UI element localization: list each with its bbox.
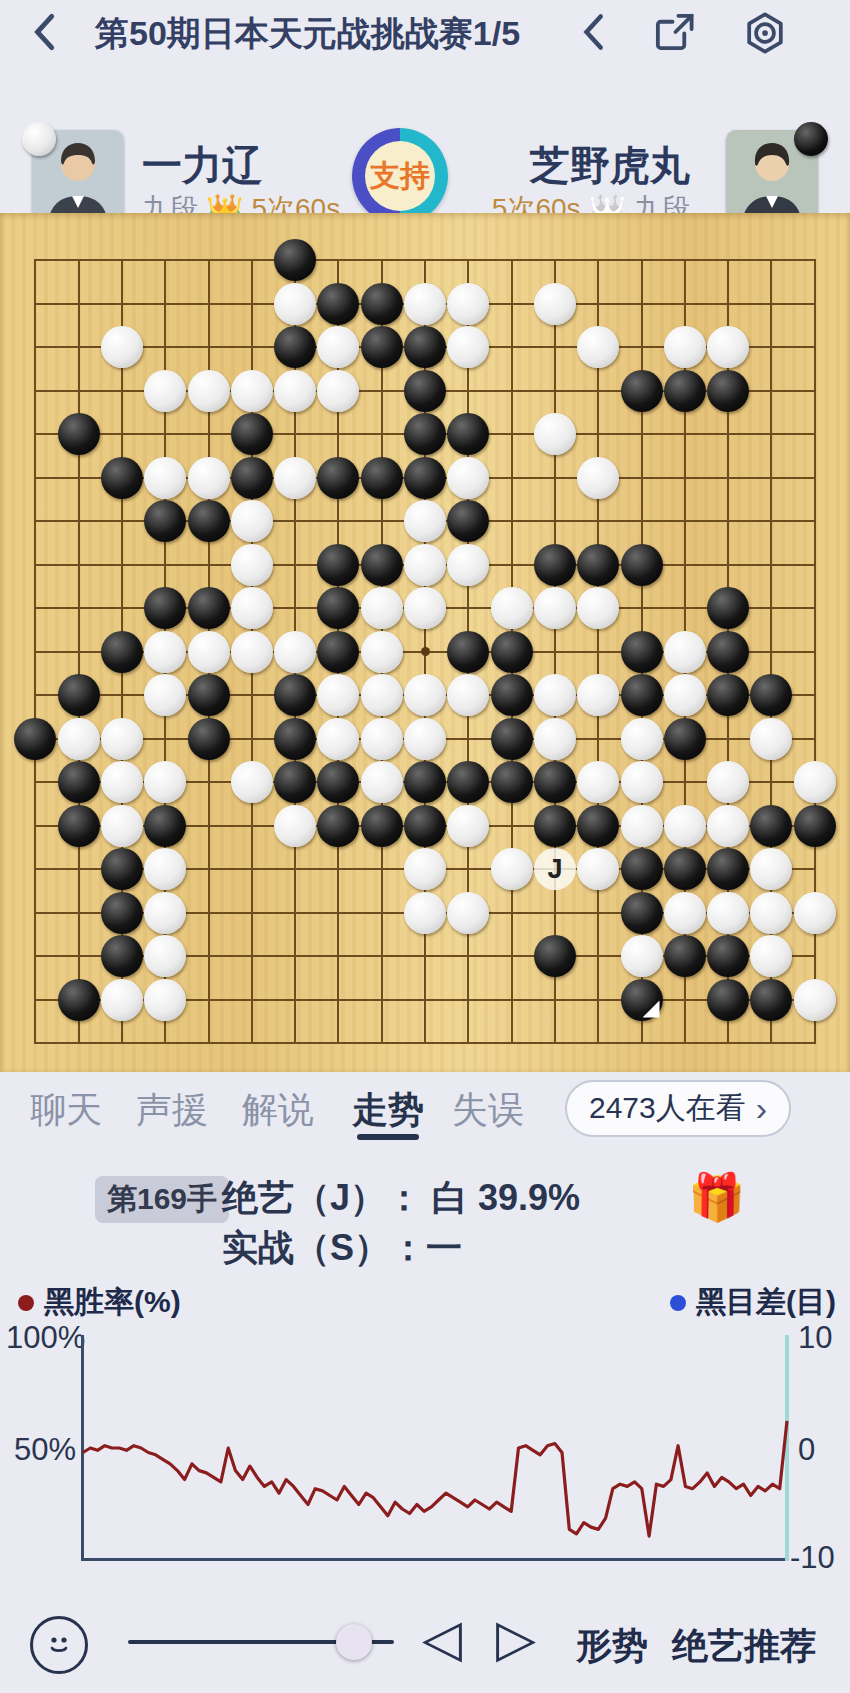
bottom-control-bar: ◁ ▷ 形势 绝艺推荐 xyxy=(0,1600,850,1693)
chevron-right-icon: › xyxy=(756,1089,767,1128)
stone-white xyxy=(231,761,273,803)
stone-white xyxy=(144,848,186,890)
stone-white xyxy=(707,326,749,368)
stone-white xyxy=(577,848,619,890)
tab-commentary[interactable]: 解说 xyxy=(242,1086,314,1135)
stone-white xyxy=(231,631,273,673)
stone-black xyxy=(361,326,403,368)
tab-bar: 聊天 声援 解说 走势 失误 2473人在看 › xyxy=(0,1078,850,1148)
go-board[interactable]: J xyxy=(0,213,850,1072)
ytick-right-neg10: -10 xyxy=(790,1540,835,1576)
stone-white xyxy=(447,674,489,716)
stone-white xyxy=(707,805,749,847)
stone-white xyxy=(231,500,273,542)
star-point xyxy=(421,647,430,656)
analysis-panel: 第169手 绝艺（J）： 白 39.9% 实战（S）：一 🎁 xyxy=(0,1168,850,1278)
back-icon[interactable] xyxy=(28,12,64,52)
stone-black xyxy=(101,848,143,890)
stone-black xyxy=(534,805,576,847)
stone-black xyxy=(707,674,749,716)
situation-button[interactable]: 形势 xyxy=(576,1622,648,1671)
stone-white xyxy=(144,370,186,412)
stone-black xyxy=(447,761,489,803)
stone-black xyxy=(188,587,230,629)
stone-black xyxy=(317,544,359,586)
stone-white xyxy=(447,892,489,934)
stone-black xyxy=(491,761,533,803)
stone-black xyxy=(491,631,533,673)
stone-black xyxy=(621,848,663,890)
support-button[interactable]: 支持 xyxy=(352,128,448,224)
stone-white xyxy=(361,718,403,760)
stone-white xyxy=(534,674,576,716)
stone-black xyxy=(621,674,663,716)
last-move-marker xyxy=(643,1001,660,1018)
stone-black xyxy=(101,892,143,934)
stone-black xyxy=(404,457,446,499)
stone-black xyxy=(101,457,143,499)
stone-black xyxy=(577,805,619,847)
stone-white xyxy=(231,587,273,629)
stone-black xyxy=(274,718,316,760)
stone-white xyxy=(534,718,576,760)
stone-white xyxy=(274,805,316,847)
move-slider-knob[interactable] xyxy=(336,1624,372,1660)
stone-black xyxy=(621,544,663,586)
stone-black xyxy=(317,283,359,325)
legend-winrate: 黑胜率(%) xyxy=(18,1282,181,1323)
stone-white xyxy=(317,370,359,412)
stone-white xyxy=(577,674,619,716)
stone-white xyxy=(404,892,446,934)
stone-white xyxy=(361,674,403,716)
stone-white xyxy=(188,370,230,412)
stone-black xyxy=(404,805,446,847)
stone-black xyxy=(317,457,359,499)
record-settings-icon[interactable] xyxy=(742,10,788,56)
emoji-button[interactable] xyxy=(30,1616,88,1674)
stone-black xyxy=(707,370,749,412)
stone-black xyxy=(750,805,792,847)
stone-black xyxy=(664,370,706,412)
stone-black xyxy=(534,935,576,977)
stone-white xyxy=(621,805,663,847)
legend-pointdiff-label: 黑目差(目) xyxy=(696,1282,836,1323)
stone-black xyxy=(361,805,403,847)
stone-black xyxy=(101,935,143,977)
stone-black xyxy=(750,674,792,716)
stone-white xyxy=(404,848,446,890)
stone-white xyxy=(144,674,186,716)
tab-chat[interactable]: 聊天 xyxy=(30,1086,102,1135)
ytick-right-0: 0 xyxy=(798,1432,815,1468)
emoji-grid-icon xyxy=(44,1630,74,1660)
stone-white xyxy=(707,892,749,934)
stone-black xyxy=(188,674,230,716)
stone-white xyxy=(750,935,792,977)
stone-white xyxy=(447,805,489,847)
stone-white xyxy=(577,326,619,368)
stone-white xyxy=(101,718,143,760)
stone-white xyxy=(750,718,792,760)
stone-black xyxy=(101,631,143,673)
stone-black xyxy=(188,718,230,760)
stone-black xyxy=(447,631,489,673)
stone-white xyxy=(274,370,316,412)
stone-black xyxy=(14,718,56,760)
stone-white xyxy=(447,283,489,325)
stone-black xyxy=(534,761,576,803)
stone-white xyxy=(58,718,100,760)
stone-white xyxy=(274,457,316,499)
stone-black xyxy=(274,239,316,281)
stone-black xyxy=(274,674,316,716)
stone-white xyxy=(404,587,446,629)
stone-white xyxy=(361,631,403,673)
stone-black xyxy=(577,544,619,586)
stone-white xyxy=(101,979,143,1021)
stone-black xyxy=(750,979,792,1021)
stone-white xyxy=(144,761,186,803)
stone-white xyxy=(404,500,446,542)
stone-white xyxy=(750,892,792,934)
stone-white xyxy=(231,544,273,586)
stone-white xyxy=(577,587,619,629)
stone-white xyxy=(144,892,186,934)
tab-cheer[interactable]: 声援 xyxy=(136,1086,208,1135)
players-row: 一力辽 九段 👑 5次60s 180:00 支持 169 芝野虎丸 5次60s … xyxy=(0,62,850,212)
stone-black xyxy=(317,631,359,673)
white-stone-badge xyxy=(22,122,56,156)
grid-line-v xyxy=(597,260,599,1043)
stone-black xyxy=(58,805,100,847)
stone-black xyxy=(274,761,316,803)
stone-black xyxy=(621,892,663,934)
winrate-line-chart xyxy=(81,1335,789,1561)
stone-white xyxy=(404,718,446,760)
tab-trend[interactable]: 走势 xyxy=(352,1086,424,1135)
stone-white xyxy=(317,326,359,368)
stone-white xyxy=(664,674,706,716)
stone-black xyxy=(231,413,273,455)
stone-white xyxy=(231,370,273,412)
stone-black xyxy=(491,674,533,716)
stone-black xyxy=(317,761,359,803)
stone-black xyxy=(707,935,749,977)
grid-line-h xyxy=(34,1042,815,1044)
stone-black xyxy=(317,587,359,629)
stone-black xyxy=(621,631,663,673)
next-move-button[interactable]: ▷ xyxy=(496,1612,536,1664)
stone-white xyxy=(664,631,706,673)
viewers-count: 2473人在看 xyxy=(589,1088,746,1129)
stone-black xyxy=(447,413,489,455)
stone-white xyxy=(144,979,186,1021)
stone-white xyxy=(317,718,359,760)
player-right-name: 芝野虎丸 xyxy=(530,138,690,193)
ytick-100: 100% xyxy=(6,1320,76,1356)
gift-icon[interactable]: 🎁 xyxy=(688,1170,745,1224)
stone-black xyxy=(664,718,706,760)
stone-black xyxy=(707,848,749,890)
stone-black xyxy=(404,761,446,803)
stone-black xyxy=(361,283,403,325)
blue-dot-icon xyxy=(670,1295,686,1311)
stone-black xyxy=(231,457,273,499)
page-title: 第50期日本天元战挑战赛1/5 xyxy=(95,11,520,57)
legend-pointdiff: 黑目差(目) xyxy=(670,1282,836,1323)
stone-black xyxy=(144,500,186,542)
stone-white xyxy=(447,326,489,368)
stone-white xyxy=(621,761,663,803)
stone-white xyxy=(274,631,316,673)
stone-white xyxy=(794,761,836,803)
stone-white xyxy=(621,718,663,760)
stone-white xyxy=(101,326,143,368)
stone-black xyxy=(707,979,749,1021)
stone-black xyxy=(58,413,100,455)
black-stone-badge xyxy=(794,122,828,156)
stone-white xyxy=(534,587,576,629)
stone-black xyxy=(144,805,186,847)
stone-black xyxy=(664,848,706,890)
stone-white xyxy=(317,674,359,716)
stone-black xyxy=(58,674,100,716)
stone-white xyxy=(361,587,403,629)
actual-move-line: 实战（S）：一 xyxy=(222,1224,462,1273)
legend-winrate-label: 黑胜率(%) xyxy=(44,1282,181,1323)
stone-black xyxy=(274,326,316,368)
stone-white xyxy=(404,544,446,586)
stone-black xyxy=(317,805,359,847)
stone-white xyxy=(404,674,446,716)
stone-white xyxy=(577,761,619,803)
stone-white xyxy=(664,892,706,934)
stone-black xyxy=(404,326,446,368)
stone-white xyxy=(750,848,792,890)
stone-black xyxy=(621,370,663,412)
stone-white xyxy=(534,413,576,455)
move-number-badge: 第169手 xyxy=(95,1176,229,1223)
stone-black xyxy=(404,370,446,412)
stone-black xyxy=(144,587,186,629)
stone-white xyxy=(794,892,836,934)
stone-black xyxy=(707,587,749,629)
stone-black xyxy=(664,935,706,977)
stone-white xyxy=(664,805,706,847)
share-icon[interactable] xyxy=(652,10,696,54)
ai-recommend-button[interactable]: 绝艺推荐 xyxy=(672,1622,816,1671)
chevron-left-icon[interactable] xyxy=(578,12,612,52)
stone-white xyxy=(491,587,533,629)
player-left-name: 一力辽 xyxy=(142,138,262,193)
tab-mistakes[interactable]: 失误 xyxy=(452,1086,524,1135)
active-tab-underline xyxy=(357,1134,419,1140)
stone-white xyxy=(534,283,576,325)
stone-black xyxy=(58,761,100,803)
ghost-move-J: J xyxy=(534,848,576,890)
stone-white xyxy=(621,935,663,977)
grid-line-v xyxy=(554,260,556,1043)
stone-black xyxy=(534,544,576,586)
stone-black xyxy=(707,631,749,673)
stone-white xyxy=(101,805,143,847)
stone-white xyxy=(188,457,230,499)
stone-white xyxy=(707,761,749,803)
stone-black xyxy=(447,500,489,542)
viewers-pill[interactable]: 2473人在看 › xyxy=(565,1080,791,1137)
stone-black xyxy=(58,979,100,1021)
stone-white xyxy=(447,457,489,499)
stone-black xyxy=(361,457,403,499)
prev-move-button[interactable]: ◁ xyxy=(422,1612,462,1664)
stone-white xyxy=(361,761,403,803)
stone-black xyxy=(188,500,230,542)
chart-plot-area[interactable] xyxy=(81,1335,789,1561)
stone-white xyxy=(491,848,533,890)
stone-white xyxy=(188,631,230,673)
stone-white xyxy=(404,283,446,325)
stone-white xyxy=(664,326,706,368)
stone-white xyxy=(447,544,489,586)
stone-white xyxy=(274,283,316,325)
stone-white xyxy=(101,761,143,803)
stone-white xyxy=(577,457,619,499)
stone-black xyxy=(361,544,403,586)
red-dot-icon xyxy=(18,1295,34,1311)
stone-white xyxy=(794,979,836,1021)
stone-last-move-black xyxy=(621,979,663,1021)
stone-black xyxy=(404,413,446,455)
stone-white xyxy=(144,631,186,673)
top-bar: 第50期日本天元战挑战赛1/5 xyxy=(0,0,850,62)
stone-black xyxy=(794,805,836,847)
ytick-right-10: 10 xyxy=(798,1320,832,1356)
stone-white xyxy=(144,457,186,499)
support-label: 支持 xyxy=(365,141,435,211)
ytick-50: 50% xyxy=(6,1432,76,1468)
ai-move-line: 绝艺（J）： 白 39.9% xyxy=(222,1174,580,1223)
stone-white xyxy=(144,935,186,977)
stone-black xyxy=(491,718,533,760)
